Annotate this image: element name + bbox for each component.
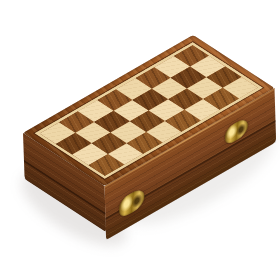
chess-box-photo	[0, 0, 280, 280]
